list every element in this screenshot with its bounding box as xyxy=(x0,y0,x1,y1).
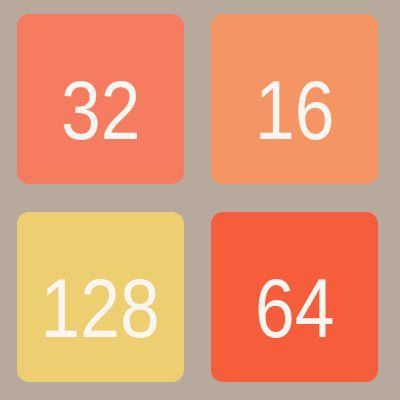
tile-16: 16 xyxy=(211,14,378,184)
tile-value-32: 32 xyxy=(61,68,140,152)
tile-64: 64 xyxy=(211,212,378,382)
tile-value-16: 16 xyxy=(255,68,334,152)
tile-value-64: 64 xyxy=(255,266,334,350)
tile-32: 32 xyxy=(17,14,184,184)
tile-value-128: 128 xyxy=(41,266,160,350)
tile-128: 128 xyxy=(17,212,184,382)
2048-board[interactable]: 32 16 128 64 xyxy=(0,0,400,400)
